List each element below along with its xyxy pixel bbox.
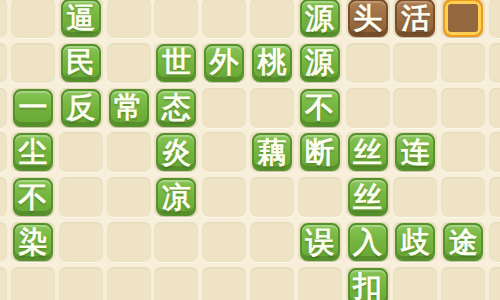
board-cell: [0, 267, 7, 300]
idiom-tile-2-2: 常: [109, 89, 149, 127]
idiom-tile-0-6: 源: [300, 0, 340, 37]
idiom-tile-3-7: 丝: [348, 133, 388, 171]
board-cell: [202, 177, 246, 217]
board-cell: [393, 88, 437, 128]
board-cell: [441, 177, 485, 217]
empty-answer-slot[interactable]: [443, 0, 483, 37]
idiom-tile-4-3: 凉: [156, 178, 196, 216]
idiom-tile-3-5: 藕: [252, 133, 292, 171]
idiom-tile-2-1: 反: [61, 89, 101, 127]
board-cell: [59, 177, 103, 217]
board-cell: [489, 88, 500, 128]
board-cell: [154, 267, 198, 300]
board-cell: [0, 177, 7, 217]
board-cell: [0, 222, 7, 262]
idiom-tile-1-1: 民: [61, 44, 101, 82]
board-cell: [250, 0, 294, 38]
idiom-tile-5-7: 入: [348, 223, 388, 261]
board-cell: [59, 267, 103, 300]
idiom-tile-4-0: 不: [13, 178, 53, 216]
idiom-tile-2-6: 不: [300, 89, 340, 127]
board-cell: [441, 267, 485, 300]
board-cell: [11, 267, 55, 300]
board-cell: [107, 222, 151, 262]
board-cell: [202, 0, 246, 38]
idiom-tile-1-4: 外: [204, 44, 244, 82]
idiom-tile-5-9: 途: [443, 223, 483, 261]
idiom-tile-1-6: 源: [300, 44, 340, 82]
board-cell: [393, 267, 437, 300]
board-cell: [393, 177, 437, 217]
placed-tile-0-8[interactable]: 活: [395, 0, 435, 37]
idiom-tile-5-8: 歧: [395, 223, 435, 261]
board-cell: [202, 132, 246, 172]
idiom-tile-5-0: 染: [13, 223, 53, 261]
board-cell: [11, 43, 55, 83]
board-cell: [154, 222, 198, 262]
board-cell: [11, 0, 55, 38]
board-cell: [59, 132, 103, 172]
idiom-tile-6-7: 扣: [348, 268, 388, 300]
board-cell: [441, 88, 485, 128]
board-cell: [441, 132, 485, 172]
board-cell: [298, 267, 342, 300]
board-cell: [489, 177, 500, 217]
board-cell: [250, 267, 294, 300]
board-cell: [0, 43, 7, 83]
board-cell: [107, 0, 151, 38]
board-cell: [393, 43, 437, 83]
board-cell: [489, 43, 500, 83]
board-cell: [346, 88, 390, 128]
idiom-tile-2-3: 态: [156, 89, 196, 127]
board-cell: [107, 267, 151, 300]
board-cell: [489, 222, 500, 262]
board-cell: [441, 43, 485, 83]
board-cell: [202, 222, 246, 262]
idiom-tile-3-6: 断: [300, 133, 340, 171]
board-cell: [489, 132, 500, 172]
board-cell: [107, 132, 151, 172]
board-cell: [346, 43, 390, 83]
board-cell: [107, 43, 151, 83]
board-cell: [0, 0, 7, 38]
board-cell: [107, 177, 151, 217]
board-cell: [250, 177, 294, 217]
idiom-tile-1-5: 桃: [252, 44, 292, 82]
board-cell: [154, 0, 198, 38]
board-cell: [250, 88, 294, 128]
idiom-tile-1-3: 世: [156, 44, 196, 82]
board-cell: [489, 0, 500, 38]
board-cell: [489, 267, 500, 300]
idiom-tile-2-0: 一: [13, 89, 53, 127]
idiom-tile-0-1: 逼: [61, 0, 101, 37]
idiom-tile-3-8: 连: [395, 133, 435, 171]
idiom-tile-4-7: 丝: [348, 178, 388, 216]
board-cell: [59, 222, 103, 262]
board-cell: [0, 132, 7, 172]
board-cell: [202, 88, 246, 128]
board-cell: [250, 222, 294, 262]
board-cell: [202, 267, 246, 300]
board-cell: [0, 88, 7, 128]
board-cell: [298, 177, 342, 217]
idiom-tile-5-6: 误: [300, 223, 340, 261]
placed-tile-0-7[interactable]: 头: [348, 0, 388, 37]
puzzle-board: 逼源头活民世外桃源一反常态不尘炎藕断丝连不凉丝染误入歧途扣: [0, 0, 500, 300]
idiom-tile-3-0: 尘: [13, 133, 53, 171]
idiom-tile-3-3: 炎: [156, 133, 196, 171]
